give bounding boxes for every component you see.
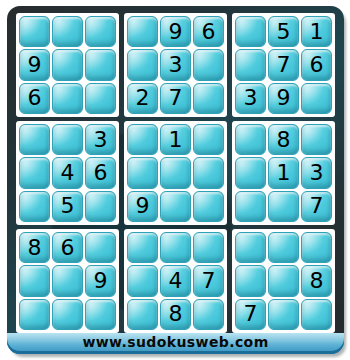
cell-r6c3[interactable] (85, 191, 116, 222)
cell-r1c6[interactable]: 6 (193, 16, 224, 47)
cell-r2c9[interactable]: 6 (301, 49, 332, 80)
cell-r3c7[interactable]: 3 (235, 83, 266, 114)
cell-r2c4[interactable] (127, 49, 158, 80)
cell-r7c7[interactable] (235, 232, 266, 263)
cell-r4c5[interactable]: 1 (160, 124, 191, 155)
cell-r8c5[interactable]: 4 (160, 265, 191, 296)
cell-r6c7[interactable] (235, 191, 266, 222)
cell-r4c6[interactable] (193, 124, 224, 155)
cell-r9c5[interactable]: 8 (160, 299, 191, 330)
cell-r9c6[interactable] (193, 299, 224, 330)
cell-r3c8[interactable]: 9 (268, 83, 299, 114)
sudoku-box-r3c2: 478 (124, 229, 227, 333)
cell-r8c8[interactable] (268, 265, 299, 296)
cell-r6c1[interactable] (19, 191, 50, 222)
cell-r3c2[interactable] (52, 83, 83, 114)
cell-r1c8[interactable]: 5 (268, 16, 299, 47)
cell-r8c6[interactable]: 7 (193, 265, 224, 296)
cell-r7c4[interactable] (127, 232, 158, 263)
cell-r3c1[interactable]: 6 (19, 83, 50, 114)
site-link[interactable]: www.sudokusweb.com (82, 333, 268, 351)
cell-r5c4[interactable] (127, 157, 158, 188)
cell-r9c9[interactable] (301, 299, 332, 330)
cell-r9c3[interactable] (85, 299, 116, 330)
cell-r4c3[interactable]: 3 (85, 124, 116, 155)
cell-r1c1[interactable] (19, 16, 50, 47)
cell-r7c6[interactable] (193, 232, 224, 263)
sudoku-box-r2c3: 8137 (232, 121, 335, 225)
cell-r8c2[interactable] (52, 265, 83, 296)
sudoku-box-r2c1: 3465 (16, 121, 119, 225)
footer-bar: www.sudokusweb.com (7, 333, 344, 354)
cell-r2c3[interactable] (85, 49, 116, 80)
cell-r5c5[interactable] (160, 157, 191, 188)
cell-r4c4[interactable] (127, 124, 158, 155)
cell-r1c7[interactable] (235, 16, 266, 47)
cell-r8c9[interactable]: 8 (301, 265, 332, 296)
sudoku-board: 9696327517639346519813786947887 www.sudo… (7, 6, 344, 354)
cell-r3c4[interactable]: 2 (127, 83, 158, 114)
cell-r5c6[interactable] (193, 157, 224, 188)
sudoku-box-r1c3: 517639 (232, 13, 335, 117)
cell-r4c7[interactable] (235, 124, 266, 155)
cell-r6c2[interactable]: 5 (52, 191, 83, 222)
cell-r4c2[interactable] (52, 124, 83, 155)
cell-r6c6[interactable] (193, 191, 224, 222)
cell-r9c8[interactable] (268, 299, 299, 330)
cell-r7c3[interactable] (85, 232, 116, 263)
sudoku-box-r3c1: 869 (16, 229, 119, 333)
cell-r4c9[interactable] (301, 124, 332, 155)
cell-r3c3[interactable] (85, 83, 116, 114)
cell-r3c5[interactable]: 7 (160, 83, 191, 114)
cell-r7c1[interactable]: 8 (19, 232, 50, 263)
cell-r4c8[interactable]: 8 (268, 124, 299, 155)
cell-r9c2[interactable] (52, 299, 83, 330)
cell-r5c9[interactable]: 3 (301, 157, 332, 188)
cell-r7c8[interactable] (268, 232, 299, 263)
cell-r1c3[interactable] (85, 16, 116, 47)
cell-r5c1[interactable] (19, 157, 50, 188)
cell-r7c5[interactable] (160, 232, 191, 263)
cell-r5c7[interactable] (235, 157, 266, 188)
cell-r8c4[interactable] (127, 265, 158, 296)
cell-r2c8[interactable]: 7 (268, 49, 299, 80)
cell-r9c1[interactable] (19, 299, 50, 330)
cell-r2c2[interactable] (52, 49, 83, 80)
cell-r8c7[interactable] (235, 265, 266, 296)
cell-r6c5[interactable] (160, 191, 191, 222)
cell-r8c3[interactable]: 9 (85, 265, 116, 296)
cell-r3c9[interactable] (301, 83, 332, 114)
cell-r7c2[interactable]: 6 (52, 232, 83, 263)
cell-r2c7[interactable] (235, 49, 266, 80)
cell-r3c6[interactable] (193, 83, 224, 114)
cell-r2c1[interactable]: 9 (19, 49, 50, 80)
cell-r6c8[interactable] (268, 191, 299, 222)
cell-r2c6[interactable] (193, 49, 224, 80)
cell-r8c1[interactable] (19, 265, 50, 296)
cell-r6c4[interactable]: 9 (127, 191, 158, 222)
sudoku-box-r1c2: 96327 (124, 13, 227, 117)
cell-r5c3[interactable]: 6 (85, 157, 116, 188)
cell-r4c1[interactable] (19, 124, 50, 155)
cell-r9c7[interactable]: 7 (235, 299, 266, 330)
cell-r5c2[interactable]: 4 (52, 157, 83, 188)
sudoku-box-r3c3: 87 (232, 229, 335, 333)
sudoku-box-r1c1: 96 (16, 13, 119, 117)
cell-r1c2[interactable] (52, 16, 83, 47)
cell-r1c5[interactable]: 9 (160, 16, 191, 47)
cell-r9c4[interactable] (127, 299, 158, 330)
cell-r1c9[interactable]: 1 (301, 16, 332, 47)
sudoku-grid: 9696327517639346519813786947887 (16, 13, 335, 333)
cell-r7c9[interactable] (301, 232, 332, 263)
cell-r1c4[interactable] (127, 16, 158, 47)
sudoku-box-r2c2: 19 (124, 121, 227, 225)
cell-r6c9[interactable]: 7 (301, 191, 332, 222)
cell-r5c8[interactable]: 1 (268, 157, 299, 188)
cell-r2c5[interactable]: 3 (160, 49, 191, 80)
